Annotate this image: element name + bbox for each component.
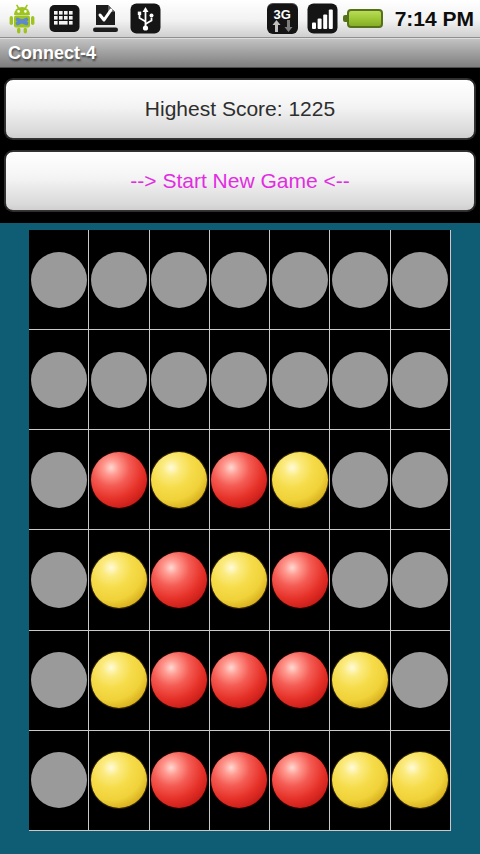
board-cell-r4c3[interactable]: [150, 530, 210, 630]
empty-slot: [332, 552, 388, 608]
board-cell-r6c3[interactable]: [150, 731, 210, 831]
keyboard-icon: [49, 4, 80, 33]
data-arrows-icon: [267, 20, 298, 32]
board-cell-r3c2[interactable]: [89, 430, 149, 530]
android-icon: [4, 2, 40, 35]
board-cell-r6c2[interactable]: [89, 731, 149, 831]
board-cell-r6c5[interactable]: [270, 731, 330, 831]
board-cell-r4c4[interactable]: [210, 530, 270, 630]
empty-slot: [31, 652, 87, 708]
board-cell-r3c5[interactable]: [270, 430, 330, 530]
yellow-piece: [332, 652, 388, 708]
board-cell-r4c1[interactable]: [29, 530, 89, 630]
board-cell-r5c5[interactable]: [270, 631, 330, 731]
board-cell-r1c3[interactable]: [150, 230, 210, 330]
empty-slot: [211, 352, 267, 408]
red-piece: [151, 752, 207, 808]
download-done-icon: [89, 3, 121, 34]
yellow-piece: [211, 552, 267, 608]
usb-icon: [130, 3, 161, 34]
board-cell-r2c7[interactable]: [391, 330, 451, 430]
empty-slot: [332, 252, 388, 308]
board-cell-r6c7[interactable]: [391, 731, 451, 831]
red-piece: [272, 652, 328, 708]
empty-slot: [332, 352, 388, 408]
battery-icon: [347, 9, 383, 28]
board-cell-r3c1[interactable]: [29, 430, 89, 530]
board-cell-r2c5[interactable]: [270, 330, 330, 430]
yellow-piece: [91, 552, 147, 608]
empty-slot: [392, 452, 448, 508]
red-piece: [211, 652, 267, 708]
yellow-piece: [392, 752, 448, 808]
app-title: Connect-4: [8, 43, 96, 64]
board-cell-r2c1[interactable]: [29, 330, 89, 430]
red-piece: [211, 752, 267, 808]
red-piece: [211, 452, 267, 508]
start-new-game-button[interactable]: --> Start New Game <--: [5, 151, 475, 211]
board-cell-r2c6[interactable]: [330, 330, 390, 430]
board-cell-r3c6[interactable]: [330, 430, 390, 530]
board-cell-r1c2[interactable]: [89, 230, 149, 330]
board-cell-r4c2[interactable]: [89, 530, 149, 630]
button-panel: Highest Score: 1225 --> Start New Game <…: [0, 68, 480, 223]
title-bar: Connect-4: [0, 38, 480, 68]
empty-slot: [392, 352, 448, 408]
empty-slot: [31, 452, 87, 508]
red-piece: [151, 652, 207, 708]
board-cell-r4c5[interactable]: [270, 530, 330, 630]
red-piece: [272, 552, 328, 608]
board-cell-r5c3[interactable]: [150, 631, 210, 731]
board-cell-r6c4[interactable]: [210, 731, 270, 831]
empty-slot: [392, 552, 448, 608]
empty-slot: [91, 352, 147, 408]
phone-screen: 3G 7:14 PM Connect-4 Highest Score: 1225…: [0, 0, 480, 854]
status-bar-clock: 7:14 PM: [395, 7, 474, 31]
empty-slot: [272, 252, 328, 308]
board-cell-r1c6[interactable]: [330, 230, 390, 330]
signal-strength-icon: [307, 3, 338, 34]
red-piece: [91, 452, 147, 508]
3g-label: 3G: [273, 8, 290, 21]
board-cell-r5c1[interactable]: [29, 631, 89, 731]
game-area: [0, 223, 480, 854]
yellow-piece: [91, 752, 147, 808]
empty-slot: [31, 552, 87, 608]
yellow-piece: [272, 452, 328, 508]
highest-score-button[interactable]: Highest Score: 1225: [5, 79, 475, 139]
empty-slot: [332, 452, 388, 508]
empty-slot: [211, 252, 267, 308]
board: [29, 230, 451, 831]
board-cell-r2c4[interactable]: [210, 330, 270, 430]
empty-slot: [91, 252, 147, 308]
yellow-piece: [151, 452, 207, 508]
board-cell-r1c1[interactable]: [29, 230, 89, 330]
empty-slot: [31, 352, 87, 408]
board-cell-r1c4[interactable]: [210, 230, 270, 330]
board-cell-r5c2[interactable]: [89, 631, 149, 731]
board-cell-r3c3[interactable]: [150, 430, 210, 530]
3g-data-icon: 3G: [267, 3, 298, 34]
board-cell-r4c6[interactable]: [330, 530, 390, 630]
board-cell-r4c7[interactable]: [391, 530, 451, 630]
board-cell-r6c6[interactable]: [330, 731, 390, 831]
board-cell-r5c6[interactable]: [330, 631, 390, 731]
board-cell-r1c5[interactable]: [270, 230, 330, 330]
empty-slot: [272, 352, 328, 408]
empty-slot: [392, 252, 448, 308]
status-bar: 3G 7:14 PM: [0, 0, 480, 38]
empty-slot: [392, 652, 448, 708]
red-piece: [272, 752, 328, 808]
board-cell-r2c2[interactable]: [89, 330, 149, 430]
red-piece: [151, 552, 207, 608]
board-cell-r3c7[interactable]: [391, 430, 451, 530]
empty-slot: [31, 752, 87, 808]
board-cell-r3c4[interactable]: [210, 430, 270, 530]
board-cell-r6c1[interactable]: [29, 731, 89, 831]
board-cell-r5c7[interactable]: [391, 631, 451, 731]
board-cell-r1c7[interactable]: [391, 230, 451, 330]
board-cell-r2c3[interactable]: [150, 330, 210, 430]
empty-slot: [151, 352, 207, 408]
empty-slot: [31, 252, 87, 308]
yellow-piece: [91, 652, 147, 708]
yellow-piece: [332, 752, 388, 808]
board-cell-r5c4[interactable]: [210, 631, 270, 731]
empty-slot: [151, 252, 207, 308]
